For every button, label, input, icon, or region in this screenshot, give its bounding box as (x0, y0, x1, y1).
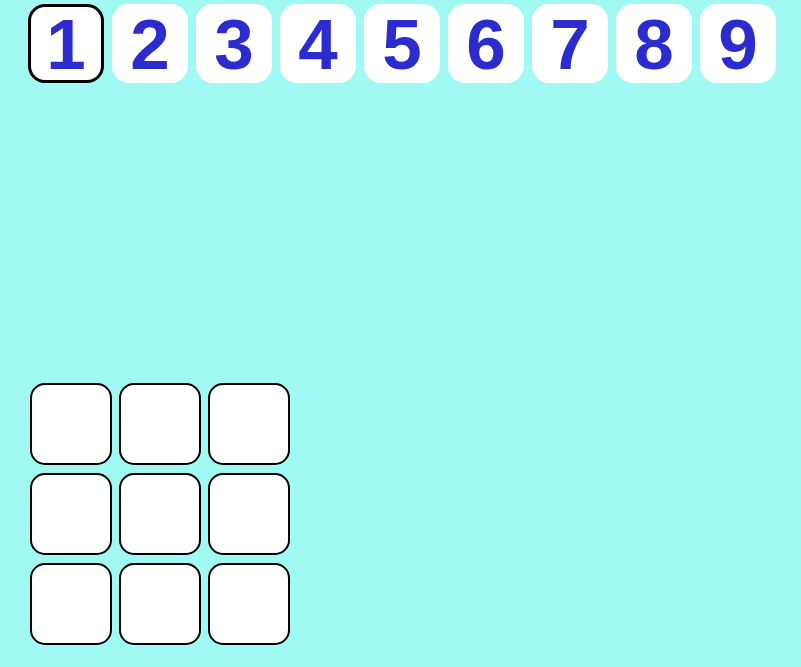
grid-cell-r2c1[interactable] (30, 473, 112, 555)
grid-cell-r1c2[interactable] (119, 383, 201, 465)
palette-tile-7[interactable]: 7 (532, 4, 608, 83)
palette-tile-6[interactable]: 6 (448, 4, 524, 83)
palette-tile-3[interactable]: 3 (196, 4, 272, 83)
palette-tile-4[interactable]: 4 (280, 4, 356, 83)
grid-cell-r1c1[interactable] (30, 383, 112, 465)
palette-tile-5[interactable]: 5 (364, 4, 440, 83)
grid-cell-r3c1[interactable] (30, 563, 112, 645)
grid-cell-r3c3[interactable] (208, 563, 290, 645)
game-screen: 1 2 3 4 5 6 7 8 9 (0, 0, 801, 667)
palette-tile-2[interactable]: 2 (112, 4, 188, 83)
placement-grid (30, 383, 290, 645)
grid-cell-r2c2[interactable] (119, 473, 201, 555)
number-palette: 1 2 3 4 5 6 7 8 9 (28, 4, 776, 83)
grid-cell-r2c3[interactable] (208, 473, 290, 555)
palette-tile-1[interactable]: 1 (28, 4, 104, 83)
palette-tile-9[interactable]: 9 (700, 4, 776, 83)
grid-cell-r3c2[interactable] (119, 563, 201, 645)
grid-cell-r1c3[interactable] (208, 383, 290, 465)
palette-tile-8[interactable]: 8 (616, 4, 692, 83)
